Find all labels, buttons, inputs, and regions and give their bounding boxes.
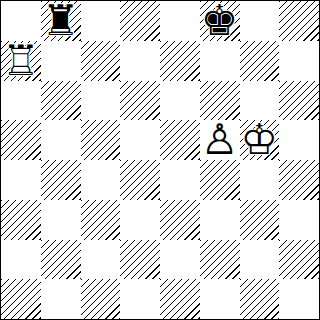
square-f1[interactable] xyxy=(200,279,240,319)
square-e4[interactable] xyxy=(160,160,200,200)
square-b6[interactable] xyxy=(41,81,81,121)
square-h8[interactable] xyxy=(279,1,319,41)
square-c3[interactable] xyxy=(81,200,121,240)
piece-white-king[interactable]: ♚♔ xyxy=(240,120,280,160)
piece-white-pawn[interactable]: ♟♙ xyxy=(200,120,240,160)
square-f7[interactable] xyxy=(200,41,240,81)
square-e3[interactable] xyxy=(160,200,200,240)
square-c5[interactable] xyxy=(81,120,121,160)
square-e1[interactable] xyxy=(160,279,200,319)
square-h2[interactable] xyxy=(279,240,319,280)
square-h4[interactable] xyxy=(279,160,319,200)
square-b7[interactable] xyxy=(41,41,81,81)
square-d3[interactable] xyxy=(120,200,160,240)
piece-black-king[interactable]: ♚♚ xyxy=(200,1,240,41)
square-g6[interactable] xyxy=(240,81,280,121)
square-a8[interactable] xyxy=(1,1,41,41)
square-b1[interactable] xyxy=(41,279,81,319)
square-c2[interactable] xyxy=(81,240,121,280)
white-rook-glyph: ♖ xyxy=(1,41,41,81)
square-g2[interactable] xyxy=(240,240,280,280)
square-d1[interactable] xyxy=(120,279,160,319)
piece-black-rook[interactable]: ♜♜ xyxy=(41,1,81,41)
square-b8[interactable]: ♜♜ xyxy=(41,1,81,41)
square-e2[interactable] xyxy=(160,240,200,280)
square-h6[interactable] xyxy=(279,81,319,121)
square-g8[interactable] xyxy=(240,1,280,41)
square-g5[interactable]: ♚♔ xyxy=(240,120,280,160)
square-f2[interactable] xyxy=(200,240,240,280)
black-rook-glyph: ♜ xyxy=(41,1,81,41)
square-a3[interactable] xyxy=(1,200,41,240)
square-g3[interactable] xyxy=(240,200,280,240)
square-e6[interactable] xyxy=(160,81,200,121)
square-a5[interactable] xyxy=(1,120,41,160)
black-king-glyph: ♚ xyxy=(200,1,240,41)
square-h5[interactable] xyxy=(279,120,319,160)
square-d2[interactable] xyxy=(120,240,160,280)
square-a4[interactable] xyxy=(1,160,41,200)
square-g1[interactable] xyxy=(240,279,280,319)
square-d7[interactable] xyxy=(120,41,160,81)
chess-board: ♜♜♚♚♜♖♟♙♚♔ xyxy=(0,0,320,320)
square-c7[interactable] xyxy=(81,41,121,81)
square-h7[interactable] xyxy=(279,41,319,81)
square-e8[interactable] xyxy=(160,1,200,41)
square-f8[interactable]: ♚♚ xyxy=(200,1,240,41)
square-h3[interactable] xyxy=(279,200,319,240)
square-e7[interactable] xyxy=(160,41,200,81)
square-f5[interactable]: ♟♙ xyxy=(200,120,240,160)
square-b3[interactable] xyxy=(41,200,81,240)
square-c6[interactable] xyxy=(81,81,121,121)
square-f6[interactable] xyxy=(200,81,240,121)
square-c4[interactable] xyxy=(81,160,121,200)
square-a7[interactable]: ♜♖ xyxy=(1,41,41,81)
square-c8[interactable] xyxy=(81,1,121,41)
square-g4[interactable] xyxy=(240,160,280,200)
white-king-glyph: ♔ xyxy=(240,120,280,160)
square-f4[interactable] xyxy=(200,160,240,200)
square-a6[interactable] xyxy=(1,81,41,121)
square-b5[interactable] xyxy=(41,120,81,160)
square-a2[interactable] xyxy=(1,240,41,280)
square-c1[interactable] xyxy=(81,279,121,319)
square-d6[interactable] xyxy=(120,81,160,121)
square-g7[interactable] xyxy=(240,41,280,81)
piece-white-rook[interactable]: ♜♖ xyxy=(1,41,41,81)
square-e5[interactable] xyxy=(160,120,200,160)
square-b4[interactable] xyxy=(41,160,81,200)
square-d5[interactable] xyxy=(120,120,160,160)
square-f3[interactable] xyxy=(200,200,240,240)
square-a1[interactable] xyxy=(1,279,41,319)
square-b2[interactable] xyxy=(41,240,81,280)
square-h1[interactable] xyxy=(279,279,319,319)
square-d4[interactable] xyxy=(120,160,160,200)
white-pawn-glyph: ♙ xyxy=(200,120,240,160)
square-d8[interactable] xyxy=(120,1,160,41)
